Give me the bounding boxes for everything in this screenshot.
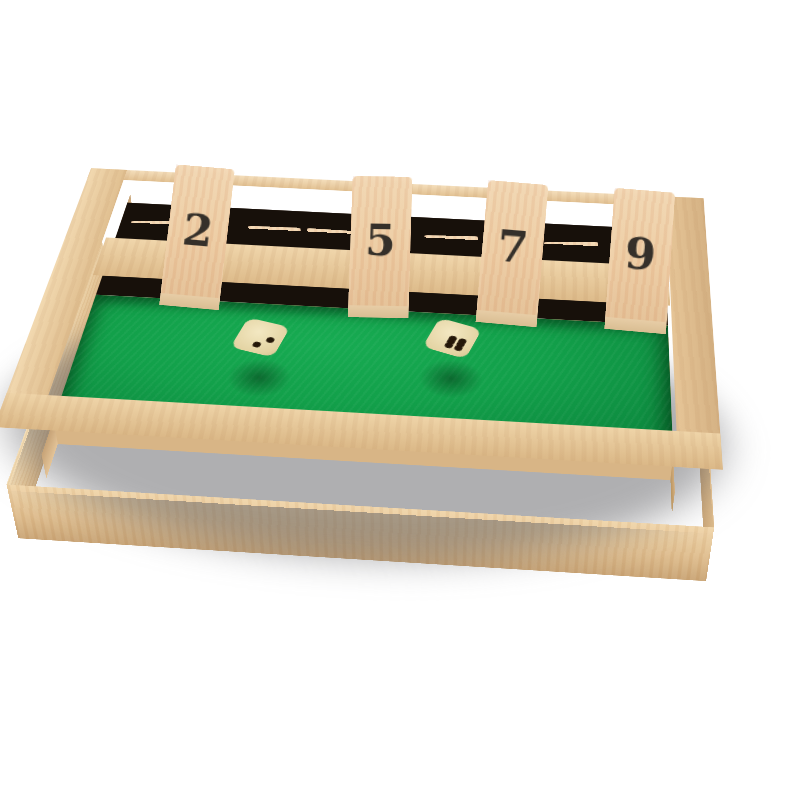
pips (239, 323, 282, 352)
tile-number: 7 (495, 223, 530, 269)
die-pip (251, 341, 262, 348)
tile-number: 9 (623, 231, 657, 277)
shut-the-box-tray: 1 2 3 4 (6, 223, 714, 527)
tile-9-face: 9 (604, 188, 675, 335)
tile-number: 5 (365, 218, 397, 262)
tile-7-face: 7 (475, 180, 548, 328)
tile-9[interactable]: 9 (604, 188, 675, 335)
tile-5-face: 5 (348, 176, 413, 319)
die-pip (265, 336, 276, 343)
tile-7[interactable]: 7 (475, 180, 548, 328)
pips (431, 323, 474, 353)
die-pip (453, 345, 464, 352)
tray-right-rim (666, 196, 723, 469)
tile-end-grain (348, 305, 409, 318)
die-pip (443, 342, 454, 349)
tile-5[interactable]: 5 (348, 176, 413, 319)
product-photo-stage: 1 2 3 4 (0, 0, 800, 800)
tile-number: 2 (180, 207, 215, 253)
